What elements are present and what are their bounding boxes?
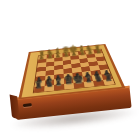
chess-piece-glyph: ♞ <box>46 49 54 57</box>
board-square: ♜ <box>103 79 115 86</box>
board-square: ♝ <box>54 84 64 91</box>
chess-set: ♜♞♝♛♚♝♞♜♟♟♟♟♟♟♟♟♟♟♟♟♟♟♟♟♜♞♝♛♚♝♞♜ <box>5 22 136 140</box>
piece-pewter-pawn: ♟ <box>44 75 54 83</box>
chess-piece-glyph: ♝ <box>77 45 85 54</box>
chess-set-photo: ♜♞♝♛♚♝♞♜♟♟♟♟♟♟♟♟♟♟♟♟♟♟♟♟♜♞♝♛♚♝♞♜ <box>0 0 140 140</box>
chess-piece-glyph: ♝ <box>54 47 62 56</box>
board-square: ♝ <box>83 81 94 88</box>
chess-piece-glyph: ♜ <box>94 44 101 52</box>
piece-brass-queen: ♛ <box>61 45 70 55</box>
piece-brass-king: ♚ <box>69 44 78 55</box>
piece-brass-knight: ♞ <box>85 44 94 52</box>
board-square: ♞ <box>44 85 54 92</box>
piece-brass-rook: ♜ <box>93 44 102 52</box>
chess-piece-glyph: ♞ <box>86 45 94 53</box>
piece-brass-knight: ♞ <box>46 49 55 57</box>
piece-pewter-pawn: ♟ <box>92 70 102 78</box>
chess-piece-glyph: ♛ <box>61 45 70 55</box>
piece-brass-rook: ♜ <box>38 50 47 58</box>
piece-brass-bishop: ♝ <box>77 45 86 54</box>
chess-piece-glyph: ♜ <box>39 50 46 58</box>
board-square: ♛ <box>64 83 74 90</box>
maple-border: ♜♞♝♛♚♝♞♜♟♟♟♟♟♟♟♟♟♟♟♟♟♟♟♟♜♞♝♛♚♝♞♜ <box>22 45 122 97</box>
board-square: ♜ <box>34 86 45 93</box>
piece-brass-bishop: ♝ <box>53 47 62 56</box>
chess-board-grid: ♜♞♝♛♚♝♞♜♟♟♟♟♟♟♟♟♟♟♟♟♟♟♟♟♜♞♝♛♚♝♞♜ <box>33 49 116 93</box>
